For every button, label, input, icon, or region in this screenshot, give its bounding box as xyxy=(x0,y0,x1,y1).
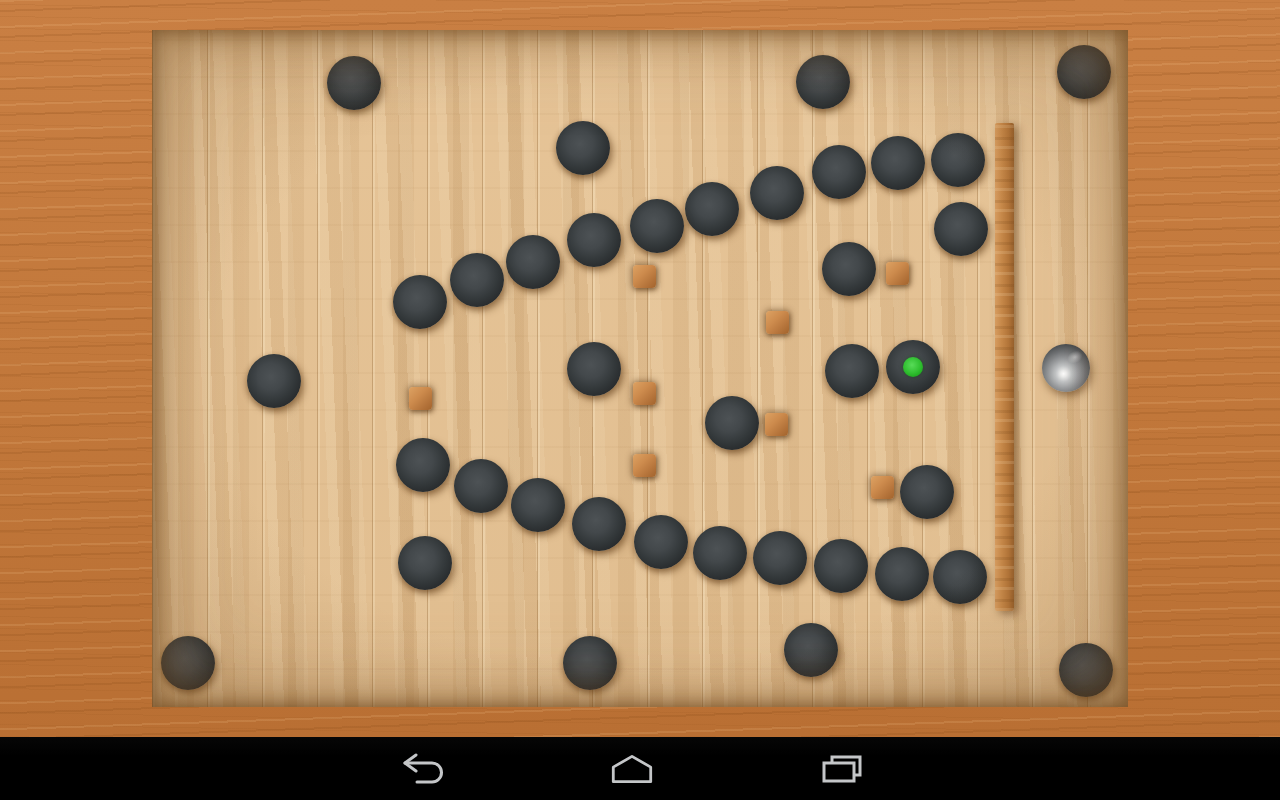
hole xyxy=(454,459,508,513)
hole xyxy=(685,182,739,236)
hole xyxy=(567,342,621,396)
hole xyxy=(875,547,929,601)
wall-plank xyxy=(995,123,1014,611)
hole xyxy=(784,623,838,677)
bumper-block xyxy=(633,454,656,477)
hole xyxy=(886,340,940,394)
hole xyxy=(900,465,954,519)
hole xyxy=(396,438,450,492)
back-icon xyxy=(402,752,444,786)
hole xyxy=(825,344,879,398)
hole xyxy=(750,166,804,220)
hole xyxy=(693,526,747,580)
hole xyxy=(511,478,565,532)
hole xyxy=(705,396,759,450)
bumper-block xyxy=(409,387,432,410)
recents-icon xyxy=(821,754,863,784)
hole xyxy=(814,539,868,593)
hole xyxy=(572,497,626,551)
hole xyxy=(933,550,987,604)
bumper-block xyxy=(633,382,656,405)
hole xyxy=(327,56,381,110)
home-icon xyxy=(609,754,656,783)
hole xyxy=(506,235,560,289)
android-navbar xyxy=(0,737,1280,800)
hole xyxy=(567,213,621,267)
hole xyxy=(634,515,688,569)
bumper-block xyxy=(871,476,894,499)
hole xyxy=(1059,643,1113,697)
bumper-block xyxy=(633,265,656,288)
hole xyxy=(161,636,215,690)
recents-button[interactable] xyxy=(815,748,869,790)
hole xyxy=(753,531,807,585)
home-button[interactable] xyxy=(603,748,662,789)
goal-dot xyxy=(903,357,923,377)
maze-board xyxy=(152,30,1128,707)
hole xyxy=(398,536,452,590)
bumper-block xyxy=(766,311,789,334)
hole xyxy=(1057,45,1111,99)
hole xyxy=(563,636,617,690)
hole xyxy=(871,136,925,190)
hole xyxy=(393,275,447,329)
bumper-block xyxy=(886,262,909,285)
hole xyxy=(450,253,504,307)
hole xyxy=(812,145,866,199)
screen xyxy=(0,0,1280,800)
back-button[interactable] xyxy=(396,746,450,792)
hole xyxy=(822,242,876,296)
hole xyxy=(934,202,988,256)
hole xyxy=(630,199,684,253)
hole xyxy=(931,133,985,187)
steel-ball xyxy=(1042,344,1090,392)
hole xyxy=(796,55,850,109)
hole xyxy=(247,354,301,408)
bumper-block xyxy=(765,413,788,436)
hole xyxy=(556,121,610,175)
